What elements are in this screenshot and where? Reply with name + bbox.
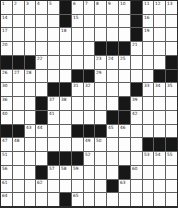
letter-cell[interactable] xyxy=(25,28,36,41)
clue-number: 51 xyxy=(2,152,8,156)
letter-cell[interactable] xyxy=(154,111,165,124)
letter-cell[interactable]: 52 xyxy=(84,152,95,165)
clue-number: 11 xyxy=(144,1,150,5)
letter-cell[interactable] xyxy=(107,152,118,165)
clue-number: 42 xyxy=(132,111,138,115)
letter-cell[interactable]: 46 xyxy=(119,125,130,138)
letter-cell[interactable] xyxy=(154,125,165,138)
black-cell xyxy=(60,83,71,96)
clue-number: 21 xyxy=(132,42,138,46)
letter-cell[interactable] xyxy=(143,56,154,69)
black-cell xyxy=(60,1,71,14)
clue-number: 49 xyxy=(85,138,91,142)
letter-cell[interactable] xyxy=(13,152,24,165)
letter-cell[interactable] xyxy=(154,56,165,69)
letter-cell[interactable]: 15 xyxy=(72,15,83,28)
black-cell xyxy=(13,56,24,69)
clue-number: 20 xyxy=(2,42,8,46)
clue-number: 59 xyxy=(73,166,79,170)
letter-cell[interactable]: 3 xyxy=(25,1,36,14)
letter-cell[interactable] xyxy=(48,42,59,55)
letter-cell[interactable]: 21 xyxy=(131,42,142,55)
letter-cell[interactable] xyxy=(95,15,106,28)
letter-cell[interactable]: 8 xyxy=(95,1,106,14)
letter-cell[interactable]: 40 xyxy=(1,111,12,124)
letter-cell[interactable] xyxy=(84,166,95,179)
letter-cell[interactable] xyxy=(48,125,59,138)
clue-number: 45 xyxy=(108,125,114,129)
letter-cell[interactable] xyxy=(107,97,118,110)
letter-cell[interactable]: 50 xyxy=(95,138,106,151)
letter-cell[interactable] xyxy=(166,15,177,28)
letter-cell[interactable] xyxy=(72,42,83,55)
letter-cell[interactable]: 22 xyxy=(36,56,47,69)
letter-cell[interactable]: 33 xyxy=(143,83,154,96)
letter-cell[interactable] xyxy=(72,180,83,193)
clue-number: 30 xyxy=(2,83,8,87)
clue-number: 27 xyxy=(14,70,20,74)
letter-cell[interactable] xyxy=(36,152,47,165)
clue-number: 63 xyxy=(120,180,126,184)
letter-cell[interactable]: 6 xyxy=(72,1,83,14)
letter-cell[interactable] xyxy=(84,15,95,28)
letter-cell[interactable] xyxy=(95,83,106,96)
letter-cell[interactable] xyxy=(13,97,24,110)
letter-cell[interactable]: 24 xyxy=(107,56,118,69)
letter-cell[interactable] xyxy=(143,97,154,110)
letter-cell[interactable] xyxy=(13,180,24,193)
black-cell xyxy=(107,180,118,193)
clue-number: 17 xyxy=(2,28,8,32)
letter-cell[interactable] xyxy=(36,83,47,96)
letter-cell[interactable] xyxy=(25,83,36,96)
letter-cell[interactable]: 45 xyxy=(107,125,118,138)
black-cell xyxy=(13,125,24,138)
letter-cell[interactable] xyxy=(119,28,130,41)
clue-number: 47 xyxy=(2,138,8,142)
letter-cell[interactable]: 48 xyxy=(13,138,24,151)
black-cell xyxy=(60,193,71,206)
black-cell xyxy=(131,28,142,41)
letter-cell[interactable] xyxy=(143,193,154,206)
clue-number: 28 xyxy=(26,70,32,74)
clue-number: 25 xyxy=(120,56,126,60)
letter-cell[interactable]: 14 xyxy=(1,15,12,28)
black-cell xyxy=(119,111,130,124)
letter-cell[interactable] xyxy=(25,97,36,110)
letter-cell[interactable] xyxy=(60,138,71,151)
letter-cell[interactable] xyxy=(107,166,118,179)
letter-cell[interactable]: 35 xyxy=(166,83,177,96)
letter-cell[interactable]: 55 xyxy=(166,152,177,165)
clue-number: 18 xyxy=(61,28,67,32)
letter-cell[interactable] xyxy=(36,42,47,55)
letter-cell[interactable] xyxy=(36,138,47,151)
letter-cell[interactable] xyxy=(25,193,36,206)
clue-number: 54 xyxy=(155,152,161,156)
letter-cell[interactable]: 16 xyxy=(143,15,154,28)
letter-cell[interactable] xyxy=(154,42,165,55)
letter-cell[interactable]: 57 xyxy=(48,166,59,179)
letter-cell[interactable] xyxy=(154,180,165,193)
letter-cell[interactable]: 36 xyxy=(1,97,12,110)
letter-cell[interactable] xyxy=(119,83,130,96)
letter-cell[interactable]: 63 xyxy=(119,180,130,193)
clue-number: 8 xyxy=(96,1,99,5)
black-cell xyxy=(154,70,165,83)
letter-cell[interactable] xyxy=(95,111,106,124)
letter-cell[interactable] xyxy=(154,166,165,179)
letter-cell[interactable] xyxy=(25,152,36,165)
letter-cell[interactable] xyxy=(154,193,165,206)
clue-number: 1 xyxy=(2,1,5,5)
letter-cell[interactable]: 44 xyxy=(36,125,47,138)
letter-cell[interactable]: 11 xyxy=(143,1,154,14)
letter-cell[interactable] xyxy=(143,42,154,55)
letter-cell[interactable] xyxy=(166,42,177,55)
letter-cell[interactable]: 26 xyxy=(1,70,12,83)
letter-cell[interactable] xyxy=(36,193,47,206)
letter-cell[interactable] xyxy=(95,193,106,206)
letter-cell[interactable]: 13 xyxy=(166,1,177,14)
letter-cell[interactable] xyxy=(25,138,36,151)
letter-cell[interactable] xyxy=(48,138,59,151)
black-cell xyxy=(72,70,83,83)
clue-number: 35 xyxy=(167,83,173,87)
letter-cell[interactable]: 32 xyxy=(84,83,95,96)
letter-cell[interactable] xyxy=(166,125,177,138)
black-cell xyxy=(48,152,59,165)
clue-number: 6 xyxy=(73,1,76,5)
letter-cell[interactable] xyxy=(25,111,36,124)
black-cell xyxy=(1,56,12,69)
letter-cell[interactable] xyxy=(166,180,177,193)
clue-number: 34 xyxy=(155,83,161,87)
clue-number: 50 xyxy=(96,138,102,142)
letter-cell[interactable]: 1 xyxy=(1,1,12,14)
letter-cell[interactable]: 5 xyxy=(48,1,59,14)
letter-cell[interactable] xyxy=(107,70,118,83)
letter-cell[interactable]: 49 xyxy=(84,138,95,151)
black-cell xyxy=(48,83,59,96)
letter-cell[interactable]: 27 xyxy=(13,70,24,83)
letter-cell[interactable] xyxy=(119,193,130,206)
black-cell xyxy=(36,111,47,124)
letter-cell[interactable]: 31 xyxy=(72,83,83,96)
letter-cell[interactable] xyxy=(95,166,106,179)
clue-number: 65 xyxy=(73,193,79,197)
letter-cell[interactable]: 41 xyxy=(48,111,59,124)
letter-cell[interactable] xyxy=(143,111,154,124)
letter-cell[interactable] xyxy=(119,152,130,165)
letter-cell[interactable] xyxy=(154,15,165,28)
letter-cell[interactable]: 58 xyxy=(60,166,71,179)
letter-cell[interactable] xyxy=(84,56,95,69)
clue-number: 43 xyxy=(26,125,32,129)
letter-cell[interactable]: 4 xyxy=(36,1,47,14)
black-cell xyxy=(84,125,95,138)
letter-cell[interactable]: 38 xyxy=(60,97,71,110)
clue-number: 56 xyxy=(2,166,8,170)
letter-cell[interactable] xyxy=(143,125,154,138)
black-cell xyxy=(107,111,118,124)
letter-cell[interactable]: 64 xyxy=(1,193,12,206)
letter-cell[interactable]: 62 xyxy=(36,180,47,193)
letter-cell[interactable]: 20 xyxy=(1,42,12,55)
letter-cell[interactable] xyxy=(25,15,36,28)
clue-number: 14 xyxy=(2,15,8,19)
letter-cell[interactable] xyxy=(25,180,36,193)
clue-number: 3 xyxy=(26,1,29,5)
clue-number: 62 xyxy=(37,180,43,184)
black-cell xyxy=(154,138,165,151)
letter-cell[interactable] xyxy=(13,83,24,96)
letter-cell[interactable]: 2 xyxy=(13,1,24,14)
letter-cell[interactable]: 19 xyxy=(143,28,154,41)
letter-cell[interactable] xyxy=(107,28,118,41)
letter-cell[interactable] xyxy=(48,180,59,193)
clue-number: 10 xyxy=(120,1,126,5)
clue-number: 53 xyxy=(144,152,150,156)
letter-cell[interactable] xyxy=(119,138,130,151)
clue-number: 22 xyxy=(37,56,43,60)
letter-cell[interactable]: 39 xyxy=(131,97,142,110)
clue-number: 2 xyxy=(14,1,17,5)
letter-cell[interactable]: 28 xyxy=(25,70,36,83)
clue-number: 5 xyxy=(49,1,52,5)
black-cell xyxy=(131,83,142,96)
clue-number: 7 xyxy=(85,1,88,5)
clue-number: 29 xyxy=(96,70,102,74)
letter-cell[interactable] xyxy=(166,193,177,206)
black-cell xyxy=(72,152,83,165)
letter-cell[interactable]: 17 xyxy=(1,28,12,41)
black-cell xyxy=(166,70,177,83)
letter-cell[interactable] xyxy=(48,193,59,206)
clue-number: 15 xyxy=(73,15,79,19)
letter-cell[interactable] xyxy=(48,28,59,41)
clue-number: 16 xyxy=(144,15,150,19)
letter-cell[interactable] xyxy=(143,70,154,83)
letter-cell[interactable] xyxy=(143,166,154,179)
letter-cell[interactable] xyxy=(60,56,71,69)
letter-cell[interactable] xyxy=(166,28,177,41)
letter-cell[interactable] xyxy=(119,70,130,83)
letter-cell[interactable] xyxy=(131,70,142,83)
letter-cell[interactable]: 18 xyxy=(60,28,71,41)
letter-cell[interactable]: 10 xyxy=(119,1,130,14)
letter-cell[interactable] xyxy=(131,125,142,138)
letter-cell[interactable] xyxy=(84,180,95,193)
black-cell xyxy=(1,125,12,138)
black-cell xyxy=(60,15,71,28)
letter-cell[interactable] xyxy=(72,111,83,124)
letter-cell[interactable] xyxy=(60,125,71,138)
letter-cell[interactable]: 37 xyxy=(48,97,59,110)
letter-cell[interactable] xyxy=(13,15,24,28)
letter-cell[interactable]: 56 xyxy=(1,166,12,179)
letter-cell[interactable] xyxy=(95,28,106,41)
letter-cell[interactable]: 59 xyxy=(72,166,83,179)
letter-cell[interactable] xyxy=(60,180,71,193)
letter-cell[interactable] xyxy=(25,166,36,179)
letter-cell[interactable] xyxy=(60,70,71,83)
black-cell xyxy=(36,166,47,179)
clue-number: 31 xyxy=(73,83,79,87)
letter-cell[interactable]: 42 xyxy=(131,111,142,124)
letter-cell[interactable] xyxy=(154,28,165,41)
crossword-grid: 1234567891011121314151617181920212223242… xyxy=(0,0,178,208)
clue-number: 9 xyxy=(108,1,111,5)
clue-number: 40 xyxy=(2,111,8,115)
letter-cell[interactable]: 29 xyxy=(95,70,106,83)
black-cell xyxy=(143,138,154,151)
black-cell xyxy=(95,42,106,55)
clue-number: 60 xyxy=(132,166,138,170)
clue-number: 37 xyxy=(49,97,55,101)
letter-cell[interactable] xyxy=(131,152,142,165)
letter-cell[interactable] xyxy=(72,56,83,69)
letter-cell[interactable] xyxy=(131,180,142,193)
letter-cell[interactable] xyxy=(84,42,95,55)
letter-cell[interactable]: 51 xyxy=(1,152,12,165)
letter-cell[interactable]: 43 xyxy=(25,125,36,138)
clue-number: 36 xyxy=(2,97,8,101)
clue-number: 52 xyxy=(85,152,91,156)
clue-number: 12 xyxy=(155,1,161,5)
clue-number: 46 xyxy=(120,125,126,129)
letter-cell[interactable] xyxy=(131,56,142,69)
letter-cell[interactable]: 61 xyxy=(1,180,12,193)
letter-cell[interactable] xyxy=(13,193,24,206)
black-cell xyxy=(166,138,177,151)
clue-number: 57 xyxy=(49,166,55,170)
letter-cell[interactable] xyxy=(154,97,165,110)
letter-cell[interactable] xyxy=(143,180,154,193)
black-cell xyxy=(131,15,142,28)
letter-cell[interactable]: 60 xyxy=(131,166,142,179)
clue-number: 44 xyxy=(37,125,43,129)
letter-cell[interactable] xyxy=(13,28,24,41)
black-cell xyxy=(131,1,142,14)
letter-cell[interactable] xyxy=(131,193,142,206)
letter-cell[interactable] xyxy=(166,111,177,124)
letter-cell[interactable]: 23 xyxy=(95,56,106,69)
letter-cell[interactable]: 34 xyxy=(154,83,165,96)
black-cell xyxy=(107,42,118,55)
letter-cell[interactable] xyxy=(95,152,106,165)
clue-number: 41 xyxy=(49,111,55,115)
letter-cell[interactable] xyxy=(72,97,83,110)
clue-number: 48 xyxy=(14,138,20,142)
letter-cell[interactable] xyxy=(84,111,95,124)
letter-cell[interactable]: 65 xyxy=(72,193,83,206)
letter-cell[interactable] xyxy=(48,15,59,28)
clue-number: 4 xyxy=(37,1,40,5)
letter-cell[interactable] xyxy=(131,138,142,151)
clue-number: 58 xyxy=(61,166,67,170)
letter-cell[interactable] xyxy=(60,42,71,55)
letter-cell[interactable] xyxy=(36,28,47,41)
black-cell xyxy=(60,152,71,165)
letter-cell[interactable] xyxy=(36,15,47,28)
letter-cell[interactable] xyxy=(25,42,36,55)
letter-cell[interactable] xyxy=(13,166,24,179)
clue-number: 32 xyxy=(85,83,91,87)
letter-cell[interactable] xyxy=(13,111,24,124)
black-cell xyxy=(72,125,83,138)
clue-number: 64 xyxy=(2,193,8,197)
black-cell xyxy=(36,97,47,110)
letter-cell[interactable]: 9 xyxy=(107,1,118,14)
letter-cell[interactable] xyxy=(84,28,95,41)
letter-cell[interactable] xyxy=(107,138,118,151)
black-cell xyxy=(166,56,177,69)
letter-cell[interactable]: 53 xyxy=(143,152,154,165)
clue-number: 33 xyxy=(144,83,150,87)
black-cell xyxy=(119,42,130,55)
clue-number: 55 xyxy=(167,152,173,156)
clue-number: 19 xyxy=(144,28,150,32)
black-cell xyxy=(25,56,36,69)
letter-cell[interactable] xyxy=(107,83,118,96)
black-cell xyxy=(119,166,130,179)
letter-cell[interactable] xyxy=(60,111,71,124)
letter-cell[interactable]: 7 xyxy=(84,1,95,14)
clue-number: 24 xyxy=(108,56,114,60)
black-cell xyxy=(119,97,130,110)
letter-cell[interactable] xyxy=(13,42,24,55)
clue-number: 23 xyxy=(96,56,102,60)
letter-cell[interactable] xyxy=(48,70,59,83)
letter-cell[interactable]: 54 xyxy=(154,152,165,165)
letter-cell[interactable] xyxy=(72,138,83,151)
letter-cell[interactable]: 30 xyxy=(1,83,12,96)
letter-cell[interactable] xyxy=(107,15,118,28)
letter-cell[interactable] xyxy=(48,56,59,69)
letter-cell[interactable] xyxy=(84,97,95,110)
letter-cell[interactable] xyxy=(95,180,106,193)
black-cell xyxy=(95,125,106,138)
letter-cell[interactable] xyxy=(166,166,177,179)
clue-number: 39 xyxy=(132,97,138,101)
letter-cell[interactable] xyxy=(166,97,177,110)
black-cell xyxy=(84,70,95,83)
letter-cell[interactable] xyxy=(119,15,130,28)
letter-cell[interactable] xyxy=(36,70,47,83)
letter-cell[interactable] xyxy=(72,28,83,41)
letter-cell[interactable] xyxy=(95,97,106,110)
letter-cell[interactable]: 12 xyxy=(154,1,165,14)
letter-cell[interactable] xyxy=(84,193,95,206)
letter-cell[interactable] xyxy=(107,193,118,206)
clue-number: 13 xyxy=(167,1,173,5)
letter-cell[interactable]: 47 xyxy=(1,138,12,151)
clue-number: 38 xyxy=(61,97,67,101)
letter-cell[interactable]: 25 xyxy=(119,56,130,69)
clue-number: 26 xyxy=(2,70,8,74)
clue-number: 61 xyxy=(2,180,8,184)
